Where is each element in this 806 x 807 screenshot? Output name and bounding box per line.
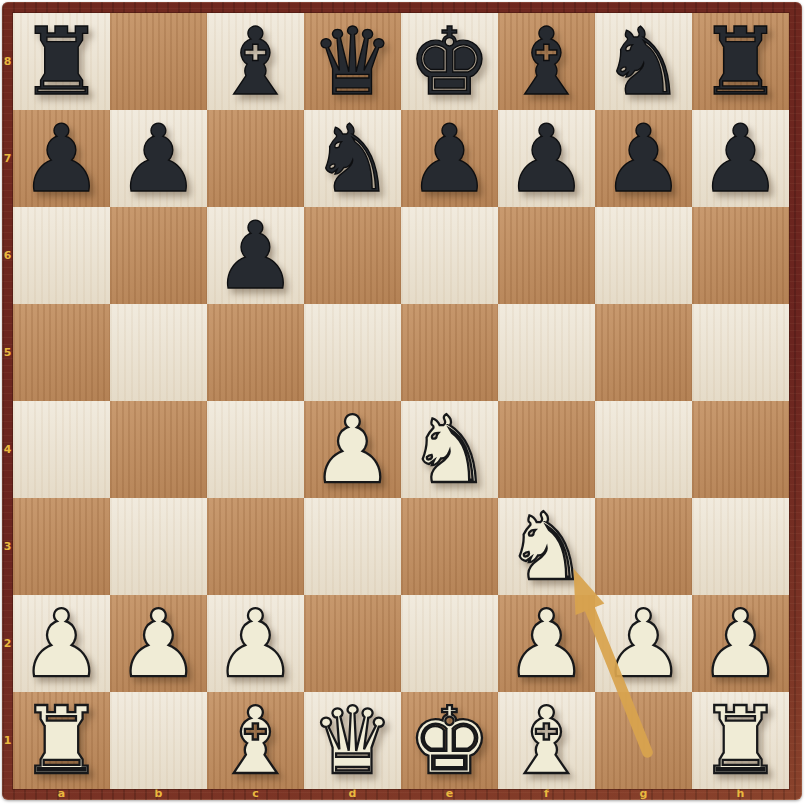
square-h8[interactable]: ♜ xyxy=(692,13,789,110)
file-label-g: g xyxy=(595,789,692,800)
square-d8[interactable]: ♛ xyxy=(304,13,401,110)
square-d5[interactable] xyxy=(304,304,401,401)
square-c1[interactable]: ♝ xyxy=(207,692,304,789)
square-e1[interactable]: ♚ xyxy=(401,692,498,789)
square-a4[interactable] xyxy=(13,401,110,498)
square-d7[interactable]: ♞ xyxy=(304,110,401,207)
white-pawn-icon: ♟ xyxy=(602,596,685,693)
white-pawn-icon: ♟ xyxy=(117,596,200,693)
square-e7[interactable]: ♟ xyxy=(401,110,498,207)
square-g1[interactable] xyxy=(595,692,692,789)
black-pawn-icon: ♟ xyxy=(699,111,782,208)
square-d6[interactable] xyxy=(304,207,401,304)
rank-label-5: 5 xyxy=(2,304,13,401)
square-f5[interactable] xyxy=(498,304,595,401)
square-e6[interactable] xyxy=(401,207,498,304)
square-c2[interactable]: ♟ xyxy=(207,595,304,692)
chess-board-frame: 87654321 abcdefgh ♜♝♛♚♝♞♜♟♟♞♟♟♟♟♟♟♞♞♟♟♟♟… xyxy=(2,2,802,800)
black-king-icon: ♚ xyxy=(408,14,491,111)
white-queen-icon: ♛ xyxy=(311,693,394,790)
white-rook-icon: ♜ xyxy=(699,693,782,790)
square-e3[interactable] xyxy=(401,498,498,595)
square-a1[interactable]: ♜ xyxy=(13,692,110,789)
rank-label-3: 3 xyxy=(2,498,13,595)
square-d2[interactable] xyxy=(304,595,401,692)
square-a8[interactable]: ♜ xyxy=(13,13,110,110)
black-pawn-icon: ♟ xyxy=(20,111,103,208)
square-b5[interactable] xyxy=(110,304,207,401)
rank-labels: 87654321 xyxy=(2,13,13,789)
white-bishop-icon: ♝ xyxy=(505,693,588,790)
square-c5[interactable] xyxy=(207,304,304,401)
square-g8[interactable]: ♞ xyxy=(595,13,692,110)
square-a5[interactable] xyxy=(13,304,110,401)
black-knight-icon: ♞ xyxy=(311,111,394,208)
white-king-icon: ♚ xyxy=(408,693,491,790)
file-labels: abcdefgh xyxy=(13,789,789,800)
square-f6[interactable] xyxy=(498,207,595,304)
square-f2[interactable]: ♟ xyxy=(498,595,595,692)
black-rook-icon: ♜ xyxy=(20,14,103,111)
square-f3[interactable]: ♞ xyxy=(498,498,595,595)
square-b8[interactable] xyxy=(110,13,207,110)
black-rook-icon: ♜ xyxy=(699,14,782,111)
black-pawn-icon: ♟ xyxy=(408,111,491,208)
square-c8[interactable]: ♝ xyxy=(207,13,304,110)
black-knight-icon: ♞ xyxy=(602,14,685,111)
square-h7[interactable]: ♟ xyxy=(692,110,789,207)
square-g7[interactable]: ♟ xyxy=(595,110,692,207)
white-pawn-icon: ♟ xyxy=(311,402,394,499)
square-e8[interactable]: ♚ xyxy=(401,13,498,110)
square-b4[interactable] xyxy=(110,401,207,498)
white-pawn-icon: ♟ xyxy=(505,596,588,693)
square-h1[interactable]: ♜ xyxy=(692,692,789,789)
square-f4[interactable] xyxy=(498,401,595,498)
rank-label-1: 1 xyxy=(2,692,13,789)
square-g2[interactable]: ♟ xyxy=(595,595,692,692)
square-a3[interactable] xyxy=(13,498,110,595)
rank-label-8: 8 xyxy=(2,13,13,110)
square-h2[interactable]: ♟ xyxy=(692,595,789,692)
black-bishop-icon: ♝ xyxy=(214,14,297,111)
black-pawn-icon: ♟ xyxy=(602,111,685,208)
square-c4[interactable] xyxy=(207,401,304,498)
square-f1[interactable]: ♝ xyxy=(498,692,595,789)
square-b2[interactable]: ♟ xyxy=(110,595,207,692)
square-f8[interactable]: ♝ xyxy=(498,13,595,110)
square-h6[interactable] xyxy=(692,207,789,304)
square-c7[interactable] xyxy=(207,110,304,207)
square-b7[interactable]: ♟ xyxy=(110,110,207,207)
rank-label-2: 2 xyxy=(2,595,13,692)
square-b3[interactable] xyxy=(110,498,207,595)
square-d4[interactable]: ♟ xyxy=(304,401,401,498)
square-b1[interactable] xyxy=(110,692,207,789)
black-pawn-icon: ♟ xyxy=(117,111,200,208)
square-g5[interactable] xyxy=(595,304,692,401)
white-knight-icon: ♞ xyxy=(408,402,491,499)
square-a6[interactable] xyxy=(13,207,110,304)
white-pawn-icon: ♟ xyxy=(699,596,782,693)
white-pawn-icon: ♟ xyxy=(214,596,297,693)
square-e4[interactable]: ♞ xyxy=(401,401,498,498)
square-c6[interactable]: ♟ xyxy=(207,207,304,304)
square-h5[interactable] xyxy=(692,304,789,401)
black-bishop-icon: ♝ xyxy=(505,14,588,111)
black-queen-icon: ♛ xyxy=(311,14,394,111)
square-g4[interactable] xyxy=(595,401,692,498)
square-c3[interactable] xyxy=(207,498,304,595)
rank-label-7: 7 xyxy=(2,110,13,207)
square-b6[interactable] xyxy=(110,207,207,304)
white-rook-icon: ♜ xyxy=(20,693,103,790)
square-h3[interactable] xyxy=(692,498,789,595)
square-e5[interactable] xyxy=(401,304,498,401)
square-f7[interactable]: ♟ xyxy=(498,110,595,207)
square-d1[interactable]: ♛ xyxy=(304,692,401,789)
square-g3[interactable] xyxy=(595,498,692,595)
black-pawn-icon: ♟ xyxy=(214,208,297,305)
square-e2[interactable] xyxy=(401,595,498,692)
square-d3[interactable] xyxy=(304,498,401,595)
square-h4[interactable] xyxy=(692,401,789,498)
white-knight-icon: ♞ xyxy=(505,499,588,596)
board-grid: ♜♝♛♚♝♞♜♟♟♞♟♟♟♟♟♟♞♞♟♟♟♟♟♟♜♝♛♚♝♜ xyxy=(13,13,789,789)
square-g6[interactable] xyxy=(595,207,692,304)
black-pawn-icon: ♟ xyxy=(505,111,588,208)
rank-label-4: 4 xyxy=(2,401,13,498)
white-bishop-icon: ♝ xyxy=(214,693,297,790)
rank-label-6: 6 xyxy=(2,207,13,304)
white-pawn-icon: ♟ xyxy=(20,596,103,693)
file-label-b: b xyxy=(110,789,207,800)
square-a2[interactable]: ♟ xyxy=(13,595,110,692)
square-a7[interactable]: ♟ xyxy=(13,110,110,207)
